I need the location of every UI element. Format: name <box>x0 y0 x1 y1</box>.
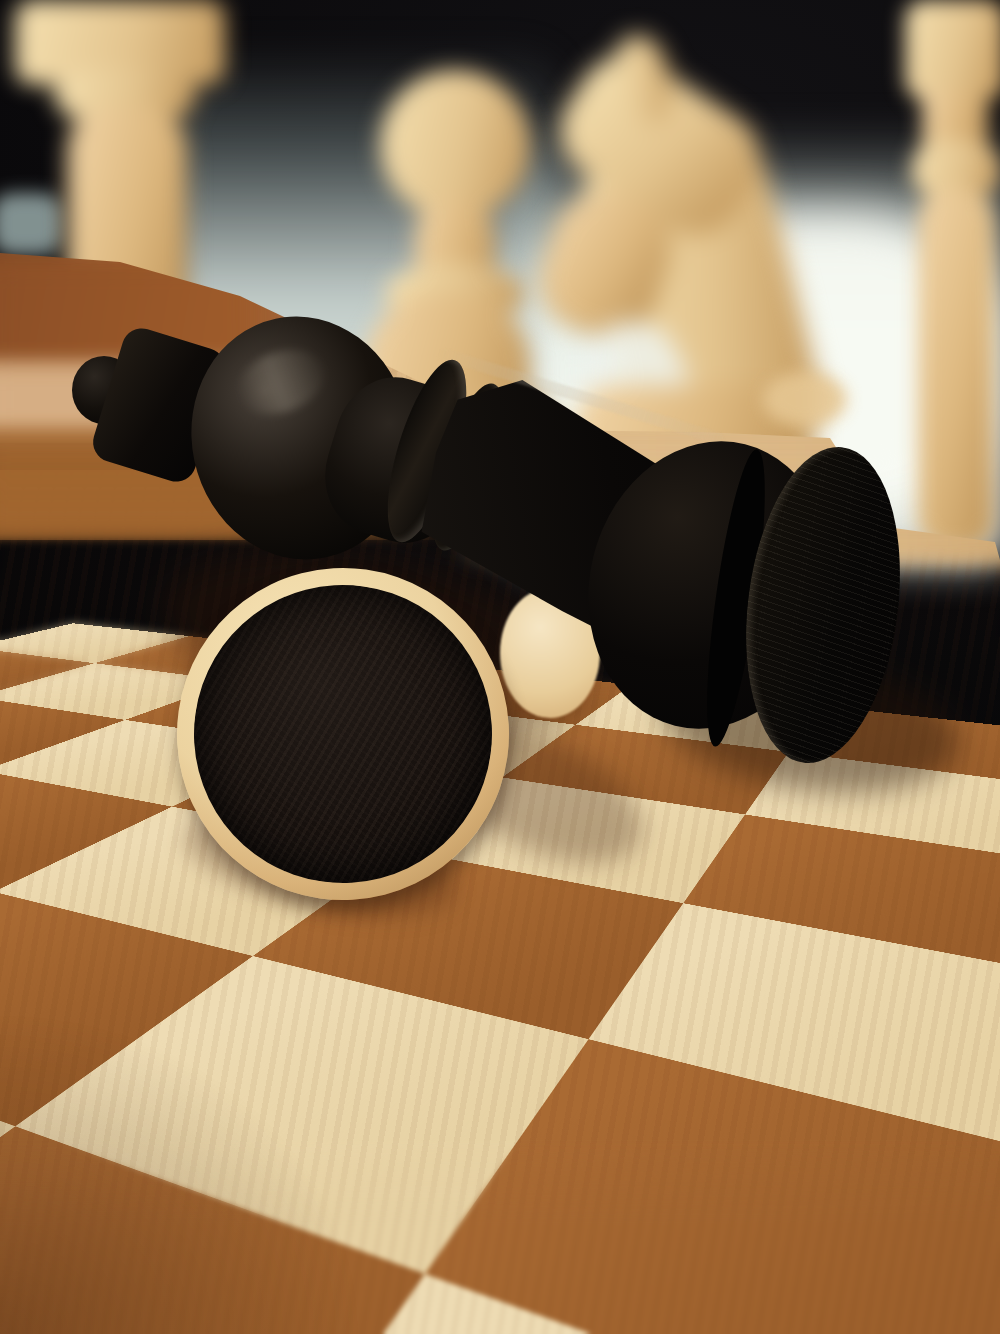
chess-photo-scene <box>0 0 1000 1334</box>
rook-head <box>905 0 1000 100</box>
pawn-head <box>380 70 530 220</box>
fallen-black-king <box>30 290 950 800</box>
defocus-near-strip <box>0 1140 1000 1334</box>
